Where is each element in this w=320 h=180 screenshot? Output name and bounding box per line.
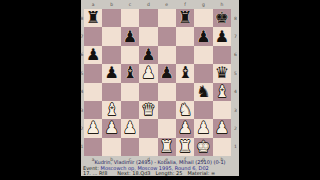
square-d8[interactable] — [139, 9, 157, 27]
piece-white-bishop[interactable]: ♝ — [215, 83, 229, 101]
piece-white-king[interactable]: ♚ — [196, 138, 210, 156]
square-d7[interactable] — [139, 27, 157, 45]
square-a2[interactable]: ♟ — [84, 119, 102, 137]
square-f5[interactable]: ♝ — [176, 64, 194, 82]
square-a7[interactable] — [84, 27, 102, 45]
square-e4[interactable] — [158, 83, 176, 101]
square-b6[interactable] — [102, 46, 120, 64]
file-label-c: c — [121, 2, 139, 8]
piece-black-pawn[interactable]: ♟ — [86, 46, 100, 64]
rank-label-6: 6 — [233, 46, 239, 64]
piece-black-pawn[interactable]: ♟ — [160, 64, 174, 82]
square-h8[interactable]: ♚ — [213, 9, 231, 27]
square-d4[interactable] — [139, 83, 157, 101]
piece-black-rook[interactable]: ♜ — [86, 9, 100, 27]
file-label-a: a — [84, 2, 102, 8]
file-label-d: d — [139, 2, 157, 8]
square-h4[interactable]: ♝ — [213, 83, 231, 101]
square-c1[interactable] — [121, 138, 139, 156]
rank-label-5: 5 — [233, 64, 239, 82]
piece-white-rook[interactable]: ♜ — [178, 138, 192, 156]
square-h1[interactable] — [213, 138, 231, 156]
piece-black-queen[interactable]: ♛ — [215, 64, 229, 82]
rank-label-3: 3 — [233, 101, 239, 119]
file-label-h: h — [213, 2, 231, 8]
piece-white-pawn[interactable]: ♟ — [215, 119, 229, 137]
square-e6[interactable] — [158, 46, 176, 64]
square-d3[interactable]: ♛ — [139, 101, 157, 119]
file-label-e: e — [158, 2, 176, 8]
square-e3[interactable] — [158, 101, 176, 119]
square-g1[interactable]: ♚ — [194, 138, 212, 156]
square-b1[interactable] — [102, 138, 120, 156]
square-g5[interactable] — [194, 64, 212, 82]
square-e2[interactable] — [158, 119, 176, 137]
piece-black-pawn[interactable]: ♟ — [215, 28, 229, 46]
square-g6[interactable] — [194, 46, 212, 64]
piece-white-pawn[interactable]: ♟ — [86, 119, 100, 137]
square-h7[interactable]: ♟ — [213, 27, 231, 45]
square-f1[interactable]: ♜ — [176, 138, 194, 156]
square-e5[interactable]: ♟ — [158, 64, 176, 82]
piece-black-pawn[interactable]: ♟ — [141, 46, 155, 64]
square-f6[interactable] — [176, 46, 194, 64]
piece-white-pawn[interactable]: ♟ — [178, 119, 192, 137]
chess-board[interactable]: ♜♜♚♟♟♟♟♟♟♝♟♟♝♛♞♝♝♛♞♟♟♟♟♟♟♜♜♚ — [84, 9, 231, 156]
piece-black-knight[interactable]: ♞ — [196, 83, 210, 101]
square-a3[interactable] — [84, 101, 102, 119]
square-c4[interactable] — [121, 83, 139, 101]
square-a5[interactable] — [84, 64, 102, 82]
square-b2[interactable]: ♟ — [102, 119, 120, 137]
piece-black-bishop[interactable]: ♝ — [123, 64, 137, 82]
square-c5[interactable]: ♝ — [121, 64, 139, 82]
square-h3[interactable] — [213, 101, 231, 119]
square-e8[interactable] — [158, 9, 176, 27]
material-balance: Material: = — [187, 171, 215, 177]
square-g3[interactable] — [194, 101, 212, 119]
square-g8[interactable] — [194, 9, 212, 27]
square-f4[interactable] — [176, 83, 194, 101]
square-d1[interactable] — [139, 138, 157, 156]
square-c7[interactable]: ♟ — [121, 27, 139, 45]
chess-app-panel: abcdefgh 87654321 ♜♜♚♟♟♟♟♟♟♝♟♟♝♛♞♝♝♛♞♟♟♟… — [81, 0, 239, 176]
square-b3[interactable]: ♝ — [102, 101, 120, 119]
square-b5[interactable]: ♟ — [102, 64, 120, 82]
file-label-f: f — [176, 2, 194, 8]
piece-white-pawn[interactable]: ♟ — [104, 119, 118, 137]
square-e7[interactable] — [158, 27, 176, 45]
square-d5[interactable]: ♟ — [139, 64, 157, 82]
piece-white-pawn[interactable]: ♟ — [141, 64, 155, 82]
rank-label-1: 1 — [233, 138, 239, 156]
square-c2[interactable]: ♟ — [121, 119, 139, 137]
square-a6[interactable]: ♟ — [84, 46, 102, 64]
square-a1[interactable] — [84, 138, 102, 156]
move-status-line: 17. ... Rf8Next: 18.Qd3Length: 25Materia… — [83, 171, 215, 177]
rank-labels-right: 87654321 — [233, 9, 239, 156]
piece-black-rook[interactable]: ♜ — [178, 9, 192, 27]
video-frame: abcdefgh 87654321 ♜♜♚♟♟♟♟♟♟♝♟♟♝♛♞♝♝♛♞♟♟♟… — [0, 0, 320, 180]
square-g2[interactable]: ♟ — [194, 119, 212, 137]
rank-label-2: 2 — [233, 119, 239, 137]
piece-white-knight[interactable]: ♞ — [178, 101, 192, 119]
piece-black-king[interactable]: ♚ — [215, 9, 229, 27]
square-h2[interactable]: ♟ — [213, 119, 231, 137]
square-a4[interactable] — [84, 83, 102, 101]
file-labels-top: abcdefgh — [84, 2, 231, 8]
square-c3[interactable] — [121, 101, 139, 119]
square-c8[interactable] — [121, 9, 139, 27]
square-h6[interactable] — [213, 46, 231, 64]
square-f2[interactable]: ♟ — [176, 119, 194, 137]
next-move: Next: 18.Qd3 — [117, 171, 150, 177]
piece-white-bishop[interactable]: ♝ — [104, 101, 118, 119]
file-label-b: b — [102, 2, 120, 8]
last-move: 17. ... Rf8 — [83, 171, 107, 177]
square-c6[interactable] — [121, 46, 139, 64]
piece-black-pawn[interactable]: ♟ — [196, 28, 210, 46]
square-g4[interactable]: ♞ — [194, 83, 212, 101]
square-b4[interactable] — [102, 83, 120, 101]
piece-black-pawn[interactable]: ♟ — [123, 28, 137, 46]
square-b7[interactable] — [102, 27, 120, 45]
piece-white-pawn[interactable]: ♟ — [196, 119, 210, 137]
square-h5[interactable]: ♛ — [213, 64, 231, 82]
rank-label-8: 8 — [233, 9, 239, 27]
square-d2[interactable] — [139, 119, 157, 137]
piece-black-bishop[interactable]: ♝ — [178, 64, 192, 82]
piece-black-pawn[interactable]: ♟ — [104, 64, 118, 82]
piece-white-rook[interactable]: ♜ — [160, 138, 174, 156]
square-b8[interactable] — [102, 9, 120, 27]
piece-white-pawn[interactable]: ♟ — [123, 119, 137, 137]
rank-label-4: 4 — [233, 83, 239, 101]
square-e1[interactable]: ♜ — [158, 138, 176, 156]
game-length: Length: 25 — [156, 171, 183, 177]
square-f8[interactable]: ♜ — [176, 9, 194, 27]
square-f3[interactable]: ♞ — [176, 101, 194, 119]
file-label-g: g — [194, 2, 212, 8]
square-a8[interactable]: ♜ — [84, 9, 102, 27]
square-f7[interactable] — [176, 27, 194, 45]
square-d6[interactable]: ♟ — [139, 46, 157, 64]
square-g7[interactable]: ♟ — [194, 27, 212, 45]
piece-white-queen[interactable]: ♛ — [141, 101, 155, 119]
rank-label-7: 7 — [233, 27, 239, 45]
